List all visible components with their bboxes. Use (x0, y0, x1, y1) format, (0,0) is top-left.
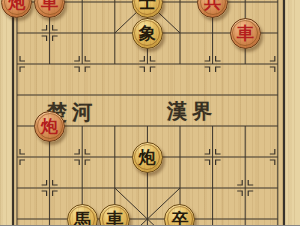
piece-black-advisor[interactable]: 士 (132, 0, 163, 18)
xiangqi-board: 楚河 漢界 炮車士兵象車炮炮馬車卒 (0, 0, 300, 225)
piece-black-cannon[interactable]: 炮 (132, 142, 163, 173)
piece-red-chariot[interactable]: 車 (230, 18, 261, 49)
piece-red-soldier[interactable]: 兵 (197, 0, 228, 18)
piece-black-elephant[interactable]: 象 (132, 18, 163, 49)
piece-red-cannon[interactable]: 炮 (34, 111, 65, 142)
piece-black-horse[interactable]: 馬 (67, 204, 98, 226)
piece-black-chariot[interactable]: 車 (99, 204, 130, 226)
piece-red-cannon[interactable]: 炮 (1, 0, 32, 18)
piece-black-soldier[interactable]: 卒 (164, 204, 195, 226)
piece-red-chariot[interactable]: 車 (34, 0, 65, 18)
piece-layer: 炮車士兵象車炮炮馬車卒 (1, 0, 294, 225)
